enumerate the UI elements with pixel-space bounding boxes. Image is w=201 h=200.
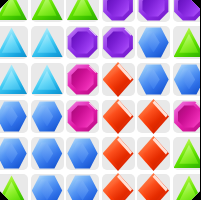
purple-octagon-gem [67,27,98,58]
cell-r6c1[interactable] [0,174,28,200]
cell-r2c2[interactable] [31,26,64,59]
blue-hexagon-gem [32,175,63,200]
blue-hexagon-gem [67,175,98,200]
purple-octagon-gem [174,0,201,21]
cell-r5c4[interactable] [102,137,135,170]
cell-r1c4[interactable] [102,0,135,22]
cell-r3c4[interactable] [102,63,135,96]
cell-r5c3[interactable] [66,137,99,170]
cell-r2c5[interactable] [137,26,170,59]
green-triangle-gem [67,0,98,21]
cell-r3c1[interactable] [0,63,28,96]
blue-hexagon-gem [0,101,27,132]
red-diamond-gem [103,99,134,134]
blue-triangle-gem [32,64,63,95]
cell-r4c1[interactable] [0,100,28,133]
blue-hexagon-gem [67,138,98,169]
cell-r5c2[interactable] [31,137,64,170]
cell-r1c2[interactable] [31,0,64,22]
game-board [0,0,200,200]
cell-r6c6[interactable] [173,174,201,200]
cell-r4c6[interactable] [173,100,201,133]
cell-r5c5[interactable] [137,137,170,170]
blue-triangle-gem [0,27,27,58]
cell-r4c2[interactable] [31,100,64,133]
game-board-grid [0,0,200,200]
green-triangle-gem [32,0,63,21]
red-diamond-gem [138,136,169,171]
cell-r6c2[interactable] [31,174,64,200]
blue-hexagon-gem [138,64,169,95]
cell-r3c2[interactable] [31,63,64,96]
magenta-octagon-gem [67,64,98,95]
cell-r1c5[interactable] [137,0,170,22]
blue-hexagon-gem [174,64,201,95]
green-triangle-gem [0,0,27,21]
purple-octagon-gem [103,0,134,21]
blue-hexagon-gem [138,27,169,58]
red-diamond-gem [103,62,134,97]
red-diamond-gem [138,99,169,134]
cell-r5c1[interactable] [0,137,28,170]
blue-triangle-gem [32,27,63,58]
red-diamond-gem [103,136,134,171]
red-diamond-gem [138,173,169,200]
cell-r1c1[interactable] [0,0,28,22]
green-triangle-gem [0,175,27,200]
cell-r6c4[interactable] [102,174,135,200]
cell-r2c1[interactable] [0,26,28,59]
blue-hexagon-gem [0,138,27,169]
green-triangle-gem [174,175,201,200]
cell-r5c6[interactable] [173,137,201,170]
cell-r1c6[interactable] [173,0,201,22]
cell-r1c3[interactable] [66,0,99,22]
purple-octagon-gem [103,27,134,58]
cell-r3c3[interactable] [66,63,99,96]
blue-hexagon-gem [32,138,63,169]
cell-r3c6[interactable] [173,63,201,96]
magenta-octagon-gem [174,101,201,132]
cell-r4c5[interactable] [137,100,170,133]
magenta-octagon-gem [67,101,98,132]
cell-r6c3[interactable] [66,174,99,200]
cell-r2c6[interactable] [173,26,201,59]
purple-octagon-gem [138,0,169,21]
cell-r4c4[interactable] [102,100,135,133]
cell-r2c4[interactable] [102,26,135,59]
cell-r4c3[interactable] [66,100,99,133]
red-diamond-gem [103,173,134,200]
blue-triangle-gem [0,64,27,95]
cell-r2c3[interactable] [66,26,99,59]
green-triangle-gem [174,138,201,169]
cell-r3c5[interactable] [137,63,170,96]
blue-hexagon-gem [32,101,63,132]
green-triangle-gem [174,27,201,58]
cell-r6c5[interactable] [137,174,170,200]
